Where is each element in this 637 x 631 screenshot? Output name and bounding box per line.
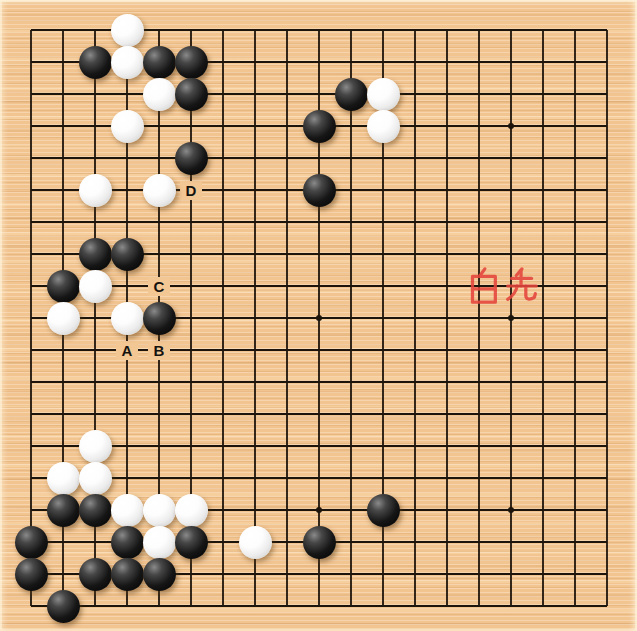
white-stone (143, 526, 176, 559)
black-stone (47, 270, 80, 303)
black-stone (79, 238, 112, 271)
black-stone (143, 46, 176, 79)
choice-label-a[interactable]: A (116, 341, 138, 360)
black-stone (79, 46, 112, 79)
choice-label-d[interactable]: D (180, 181, 202, 200)
white-stone (143, 78, 176, 111)
black-stone (367, 494, 400, 527)
black-stone (111, 558, 144, 591)
black-stone (143, 558, 176, 591)
black-stone (79, 558, 112, 591)
white-stone (47, 462, 80, 495)
black-stone (175, 526, 208, 559)
black-stone (175, 78, 208, 111)
white-stone (79, 174, 112, 207)
white-stone (111, 494, 144, 527)
black-stone (303, 174, 336, 207)
white-stone (367, 78, 400, 111)
white-stone (111, 110, 144, 143)
choice-label-b[interactable]: B (148, 341, 170, 360)
black-stone (47, 494, 80, 527)
white-stone (79, 430, 112, 463)
white-stone (47, 302, 80, 335)
white-stone (111, 14, 144, 47)
white-stone (79, 462, 112, 495)
white-stone (239, 526, 272, 559)
black-stone (303, 110, 336, 143)
white-stone (367, 110, 400, 143)
white-stone (79, 270, 112, 303)
go-board: ABCD 白先 (0, 0, 637, 631)
black-stone (15, 526, 48, 559)
choice-label-c[interactable]: C (148, 277, 170, 296)
white-stone (143, 174, 176, 207)
black-stone (47, 590, 80, 623)
black-stone (175, 46, 208, 79)
black-stone (79, 494, 112, 527)
white-stone (175, 494, 208, 527)
black-stone (111, 526, 144, 559)
caption-hanzi-icon (464, 266, 540, 306)
stones-layer[interactable]: ABCD (15, 14, 623, 622)
white-stone (111, 302, 144, 335)
black-stone (335, 78, 368, 111)
black-stone (303, 526, 336, 559)
white-stone (111, 46, 144, 79)
black-stone (111, 238, 144, 271)
white-to-play-caption: 白先 (464, 266, 540, 306)
black-stone (175, 142, 208, 175)
black-stone (143, 302, 176, 335)
black-stone (15, 558, 48, 591)
white-stone (143, 494, 176, 527)
